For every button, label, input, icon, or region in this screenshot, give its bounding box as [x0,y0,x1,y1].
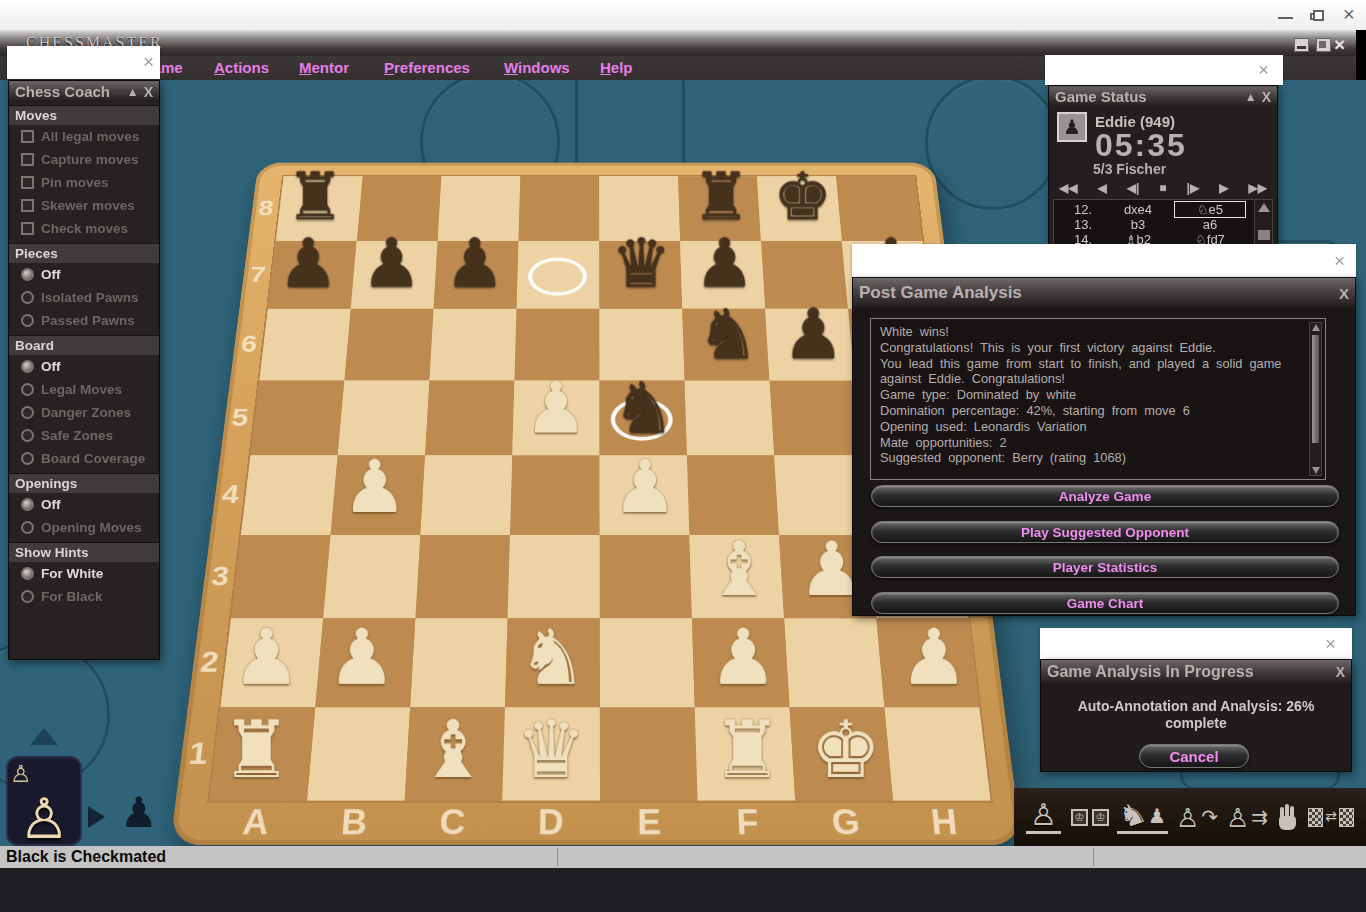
black-move[interactable]: ♘e5 [1174,201,1246,218]
menu-item-help[interactable]: Help [600,59,633,76]
option-label: Pin moves [41,175,109,190]
game-status-panel: Game Status ▲ X ♟ Eddie (949) 05:35 5/3 … [1048,85,1278,246]
shelf-taskbar: M US + 15:58 [0,868,1366,912]
option-for-black[interactable]: For Black [9,585,159,608]
section-header-show-hints: Show Hints [9,542,159,562]
square-c3[interactable] [415,534,510,618]
game-status-titlebar[interactable]: Game Status ▲ X [1049,86,1277,107]
square-f5[interactable] [684,380,774,455]
radio-icon[interactable] [21,521,34,534]
playback-control[interactable]: ▶ [1219,181,1228,195]
desktop-emboss-circle [925,75,1060,210]
option-legal-moves[interactable]: Legal Moves [9,378,159,401]
expand-up-icon[interactable] [30,728,58,745]
playback-control[interactable]: ◀◀ [1059,181,1077,195]
player-portraits-icon[interactable]: ♔♔ [1069,809,1109,826]
option-check-moves[interactable]: Check moves [9,217,159,240]
square-c4[interactable] [420,455,512,534]
square-b2[interactable]: ♟ [315,618,415,707]
post-game-analysis-titlebar[interactable]: Post Game Analysis X [853,278,1355,308]
option-label: For White [41,566,103,581]
square-b1[interactable] [307,707,410,801]
status-text: Black is Checkmated [0,848,166,866]
checkbox-icon[interactable] [21,153,34,166]
square-g1[interactable]: ♚ [790,707,893,801]
square-e7[interactable]: ♛ [599,241,682,309]
square-d5[interactable]: ♟ [512,380,599,455]
option-label: Legal Moves [41,382,122,397]
option-label: Passed Pawns [41,313,135,328]
white-move[interactable]: dxe4 [1102,202,1174,217]
square-d7[interactable] [516,241,599,309]
analysis-progress-title: Game Analysis In Progress [1047,663,1254,681]
floating-blank-window[interactable]: × [7,46,160,79]
flip-board-icon[interactable]: ⇄ [1308,807,1354,827]
analysis-progress-dialog: Game Analysis In Progress X Auto-Annotat… [1040,659,1352,772]
option-label: All legal moves [41,129,139,144]
menu-item-actions[interactable]: Actions [214,59,269,76]
chessmaster-titlebar: CHESSMASTER [0,30,1366,56]
playback-control[interactable]: |▶ [1187,181,1200,195]
expand-right-icon[interactable] [88,806,105,828]
white-pawn: ♟ [612,451,677,524]
square-a7[interactable]: ♟ [268,241,357,309]
square-d4[interactable] [510,455,600,534]
take-back-move-icon[interactable]: ♙↷ [1176,803,1218,831]
square-e4[interactable]: ♟ [600,455,690,534]
square-b7[interactable]: ♟ [351,241,438,309]
black-pawn: ♟ [278,230,338,297]
collapse-icon[interactable]: ▲ [1245,90,1257,104]
square-e3[interactable] [600,534,692,618]
black-king: ♚ [773,164,832,230]
move-row: 12.dxe4♘e5 [1054,202,1254,217]
move-number: 13. [1054,217,1102,232]
chess-piece-silhouette-icon[interactable]: ♟ [120,792,158,834]
radio-icon[interactable] [21,360,34,373]
close-icon[interactable]: X [1339,285,1349,302]
square-d2[interactable]: ♞ [505,618,600,707]
radio-icon[interactable] [21,314,34,327]
player-statistics-button[interactable]: Player Statistics [871,556,1339,578]
scroll-down-icon[interactable] [1312,467,1320,474]
square-f6[interactable]: ♞ [682,309,769,380]
close-icon[interactable]: × [1325,633,1336,655]
playback-controls: ◀◀◀◀|■|▶▶▶▶ [1049,177,1277,197]
option-capture-moves[interactable]: Capture moves [9,148,159,171]
radio-icon[interactable] [21,590,34,603]
collapse-icon[interactable]: ▲ [127,85,139,99]
radio-icon[interactable] [21,268,34,281]
square-b3[interactable] [323,534,420,618]
close-icon[interactable]: × [1258,59,1269,81]
square-c7[interactable]: ♟ [434,241,519,309]
option-label: Capture moves [41,152,139,167]
square-a4[interactable] [241,455,338,534]
cancel-button[interactable]: Cancel [1139,744,1249,768]
chess-coach-title: Chess Coach [15,83,110,100]
radio-icon[interactable] [21,429,34,442]
section-header-pieces: Pieces [9,243,159,263]
divider [557,848,558,866]
menu-item-preferences[interactable]: Preferences [384,59,470,76]
white-pawn: ♟ [708,619,777,696]
white-pawn-icon: ♙ [19,794,69,844]
game-chart-button[interactable]: Game Chart [871,592,1339,614]
white-pawn: ♟ [899,619,968,696]
square-e2[interactable] [600,618,695,707]
analysis-progress-titlebar[interactable]: Game Analysis In Progress X [1041,660,1351,684]
close-icon[interactable]: X [1336,664,1345,680]
analysis-text-box: White wins!Congratulations! This is your… [870,318,1326,480]
square-f4[interactable] [687,455,779,534]
analysis-line: Congratulations! This is your first vict… [880,340,1305,356]
option-off[interactable]: Off [9,355,159,378]
radio-icon[interactable] [21,452,34,465]
option-label: Board Coverage [41,451,145,466]
square-d8[interactable] [518,176,599,241]
analysis-line: against Eddie. Congratulations! [880,371,1305,387]
white-bishop: ♝ [705,533,772,608]
option-safe-zones[interactable]: Safe Zones [9,424,159,447]
radio-icon[interactable] [21,567,34,580]
analyze-game-button[interactable]: Analyze Game [871,485,1339,507]
analysis-line: Suggested opponent: Berry (rating 1068) [880,450,1305,466]
move-list-scrollbar[interactable] [1254,200,1272,246]
captured-pieces-icon[interactable]: ♞♟ [1117,800,1168,834]
minimize-icon[interactable] [1278,17,1293,19]
show-pawns-icon[interactable]: ♙ [1026,800,1061,834]
square-a5[interactable] [250,380,344,455]
checkbox-icon[interactable] [21,176,34,189]
square-c5[interactable] [425,380,514,455]
floating-blank-window[interactable]: × [1040,628,1352,659]
analysis-line: Domination percentage: 42%, starting fro… [880,403,1305,419]
white-rook: ♜ [221,711,292,790]
option-label: Off [41,497,61,512]
scrollbar-thumb[interactable] [1258,230,1270,240]
option-label: Safe Zones [41,428,113,443]
scrollbar-thumb[interactable] [1312,335,1319,443]
option-off[interactable]: Off [9,263,159,286]
square-a1[interactable]: ♜ [209,707,315,801]
app-restore-button[interactable] [1316,38,1331,52]
chess-coach-panel: Chess Coach ▲ X MovesAll legal movesCapt… [8,80,160,660]
option-pin-moves[interactable]: Pin moves [9,171,159,194]
option-label: Danger Zones [41,405,131,420]
black-pawn: ♟ [782,300,844,369]
play-suggested-opponent-button[interactable]: Play Suggested Opponent [871,521,1339,543]
option-label: Isolated Pawns [41,290,139,305]
square-d1[interactable]: ♛ [502,707,600,801]
checkbox-icon[interactable] [21,130,34,143]
black-knight: ♞ [697,300,759,369]
analysis-line: Mate opportunities: 2 [880,435,1305,451]
white-move[interactable]: b3 [1102,217,1174,232]
square-b6[interactable] [344,309,433,380]
chess-coach-titlebar[interactable]: Chess Coach ▲ X [9,81,159,102]
square-g5[interactable] [769,380,861,455]
square-c2[interactable] [410,618,507,707]
restore-icon[interactable] [1313,10,1324,21]
close-icon[interactable]: × [1334,250,1345,272]
close-icon[interactable]: X [1262,89,1271,105]
square-c1[interactable]: ♝ [405,707,505,801]
radio-icon[interactable] [21,406,34,419]
square-b5[interactable] [338,380,430,455]
square-a3[interactable] [231,534,331,618]
analysis-line: White wins! [880,324,1305,340]
white-bishop: ♝ [417,711,488,790]
option-opening-moves[interactable]: Opening Moves [9,516,159,539]
section-header-board: Board [9,335,159,355]
app-minimize-button[interactable] [1294,38,1309,52]
square-e1[interactable] [600,707,698,801]
menu-item-mentor[interactable]: Mentor [299,59,349,76]
option-passed-pawns[interactable]: Passed Pawns [9,309,159,332]
radio-icon[interactable] [21,383,34,396]
close-icon[interactable]: X [144,84,153,100]
section-header-moves: Moves [9,105,159,125]
move-list[interactable]: 12.dxe4♘e513.b3a614.♗b2♘fd7 [1054,200,1254,246]
radio-icon[interactable] [21,498,34,511]
option-label: Check moves [41,221,128,236]
scroll-up-icon[interactable] [1312,324,1320,331]
white-king: ♚ [810,711,881,790]
replay-moves-icon[interactable]: ♙⇉ [1226,803,1268,831]
black-move[interactable]: a6 [1174,217,1246,232]
square-f3[interactable]: ♝ [689,534,784,618]
scroll-up-icon[interactable] [1258,203,1270,212]
option-board-coverage[interactable]: Board Coverage [9,447,159,470]
white-pawn: ♟ [232,619,301,696]
square-f1[interactable]: ♜ [695,707,796,801]
os-window-titlebar: × [0,0,1366,30]
floating-blank-window[interactable]: × [852,244,1356,277]
player-clock: 05:35 [1095,130,1187,160]
option-all-legal-moves[interactable]: All legal moves [9,125,159,148]
corner-fill [1356,30,1366,80]
playback-control[interactable]: ◀| [1127,181,1140,195]
white-pawn: ♟ [327,619,396,696]
black-pawn: ♟ [444,230,504,297]
white-piece-icon: ♙ [10,760,32,788]
black-pawn: ♟ [694,230,754,297]
black-rook: ♜ [692,164,751,230]
analysis-line: You lead this game from start to finish,… [880,356,1305,372]
option-label: For Black [41,589,103,604]
option-label: Opening Moves [41,520,142,535]
option-for-white[interactable]: For White [9,562,159,585]
square-h2[interactable]: ♟ [876,618,979,707]
square-f2[interactable]: ♟ [692,618,790,707]
square-c6[interactable] [429,309,516,380]
radio-icon[interactable] [21,291,34,304]
playback-control[interactable]: ■ [1159,181,1166,195]
close-icon[interactable]: × [143,51,154,73]
game-status-title: Game Status [1055,88,1147,105]
square-e5[interactable]: ♞ [599,380,686,455]
time-control-label: 5/3 Fischer [1093,161,1277,177]
divider [1093,848,1094,866]
playback-control[interactable]: ◀ [1097,181,1106,195]
square-g8[interactable]: ♚ [757,176,842,241]
playback-control[interactable]: ▶▶ [1248,181,1266,195]
square-g2[interactable] [784,618,884,707]
analysis-line: Opening used: Leonardis Variation [880,419,1305,435]
floating-blank-window[interactable]: × [1045,55,1283,85]
square-g6[interactable]: ♟ [765,309,854,380]
square-a6[interactable] [259,309,350,380]
option-skewer-moves[interactable]: Skewer moves [9,194,159,217]
white-pawn: ♟ [342,451,407,524]
square-a2[interactable]: ♟ [220,618,323,707]
black-knight: ♞ [612,373,676,444]
progress-text: Auto-Annotation and Analysis: 26% comple… [1041,698,1351,732]
white-pawn: ♟ [524,373,588,444]
white-knight: ♞ [518,619,587,696]
option-label: Off [41,267,61,282]
option-label: Skewer moves [41,198,135,213]
analysis-scrollbar[interactable] [1309,322,1322,476]
status-bar: Black is Checkmated [0,846,1366,868]
square-b4[interactable]: ♟ [331,455,425,534]
square-h1[interactable] [884,707,990,801]
player-avatar: ♟ [1057,112,1087,142]
option-isolated-pawns[interactable]: Isolated Pawns [9,286,159,309]
black-rook: ♜ [286,164,345,230]
white-rook: ♜ [712,711,783,790]
square-d3[interactable] [508,534,600,618]
move-row: 13.b3a6 [1054,217,1254,232]
section-header-openings: Openings [9,473,159,493]
post-game-analysis-title: Post Game Analysis [859,283,1022,303]
move-number: 12. [1054,202,1102,217]
option-label: Off [41,359,61,374]
checkbox-icon[interactable] [21,222,34,235]
black-queen: ♛ [611,230,671,297]
analysis-line: Game type: Dominated by white [880,387,1305,403]
chessmaster-toolbar: ♙♔♔♞♟♙↷♙⇉⇄ [1014,788,1366,846]
move-highlight-ring [528,257,587,295]
menu-item-windows[interactable]: Windows [504,59,570,76]
white-queen: ♛ [515,711,586,790]
option-danger-zones[interactable]: Danger Zones [9,401,159,424]
checkbox-icon[interactable] [21,199,34,212]
captured-pieces-tray[interactable]: ♙ ♙ [6,756,82,846]
close-icon[interactable]: × [1343,3,1355,26]
option-off[interactable]: Off [9,493,159,516]
post-game-analysis-dialog: Post Game Analysis X White wins!Congratu… [852,277,1356,616]
app-close-button[interactable]: × [1334,34,1345,56]
black-pawn: ♟ [361,230,421,297]
move-now-hand-icon[interactable] [1276,804,1300,830]
